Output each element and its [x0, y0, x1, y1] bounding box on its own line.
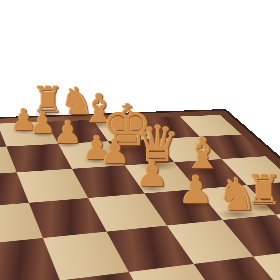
piece-pawn: ♟ — [135, 156, 168, 191]
piece-pawn: ♟ — [100, 135, 130, 167]
piece-pawn: ♟ — [30, 109, 57, 138]
piece-pawn: ♟ — [179, 171, 214, 208]
chess-set-photo: ♜♞♝♚♛♝♞♜♟♟♟♟♟♟♟ — [0, 0, 280, 280]
piece-pawn: ♟ — [54, 117, 83, 147]
piece-knight: ♞ — [216, 173, 257, 217]
